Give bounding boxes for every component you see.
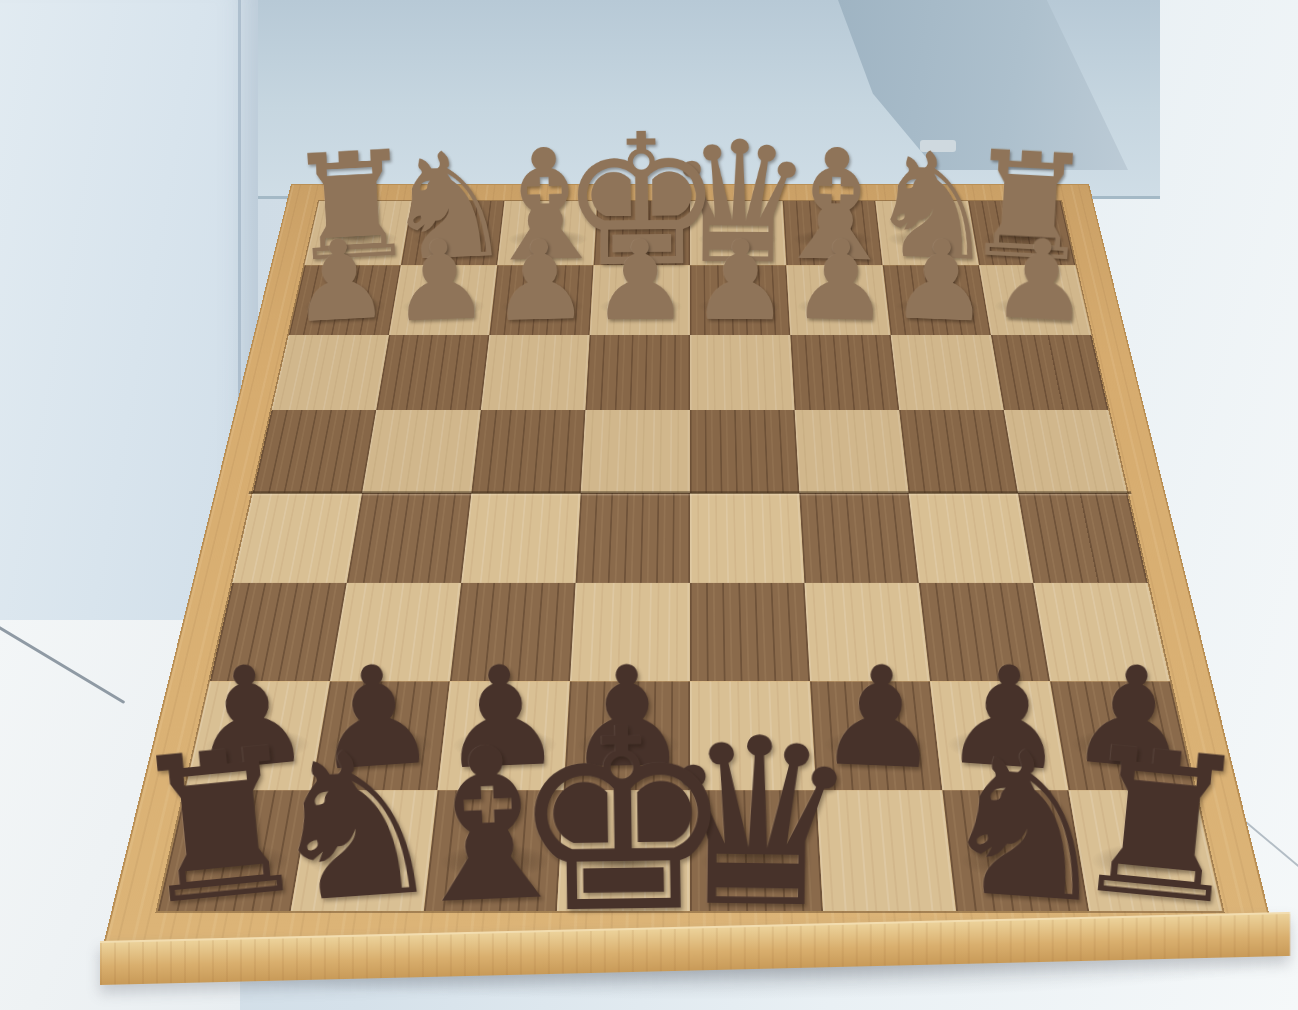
square-f5[interactable] — [461, 493, 581, 583]
square-e3[interactable] — [585, 335, 690, 410]
square-c2[interactable]: ♟ — [786, 265, 890, 335]
white-pawn-b2[interactable]: ♟ — [889, 223, 992, 337]
square-f3[interactable] — [481, 335, 590, 410]
white-pawn-h2[interactable]: ♟ — [287, 223, 392, 339]
square-b4[interactable] — [899, 410, 1018, 492]
square-d6[interactable] — [690, 583, 810, 682]
white-pawn-e2[interactable]: ♟ — [590, 225, 690, 336]
square-h3[interactable] — [272, 335, 389, 410]
square-g2[interactable]: ♟ — [389, 265, 497, 335]
white-pawn-c2[interactable]: ♟ — [789, 224, 891, 337]
square-c5[interactable] — [799, 493, 919, 583]
white-pawn-d2[interactable]: ♟ — [690, 225, 790, 336]
square-e4[interactable] — [581, 410, 690, 492]
square-a8[interactable]: ♜ — [1069, 790, 1223, 911]
square-a5[interactable] — [1018, 493, 1148, 583]
square-c4[interactable] — [795, 410, 909, 492]
square-f2[interactable]: ♟ — [489, 265, 593, 335]
square-d4[interactable] — [690, 410, 799, 492]
square-b2[interactable]: ♟ — [883, 265, 991, 335]
square-b3[interactable] — [891, 335, 1004, 410]
chess-board: ♜♞♝♚♛♝♞♜♟♟♟♟♟♟♟♟♟♟♟♟♟♟♟♜♞♝♚♛♞♜ — [105, 185, 1275, 945]
square-h4[interactable] — [253, 410, 376, 492]
square-d3[interactable] — [690, 335, 795, 410]
white-pawn-g2[interactable]: ♟ — [388, 223, 491, 337]
cushion-seam-line — [238, 0, 241, 440]
square-b5[interactable] — [909, 493, 1034, 583]
square-a3[interactable] — [991, 335, 1108, 410]
square-e5[interactable] — [576, 493, 690, 583]
square-g4[interactable] — [362, 410, 481, 492]
square-d2[interactable]: ♟ — [690, 265, 790, 335]
white-pawn-a2[interactable]: ♟ — [988, 223, 1093, 339]
photo-scene: ♜♞♝♚♛♝♞♜♟♟♟♟♟♟♟♟♟♟♟♟♟♟♟♜♞♝♚♛♞♜ — [0, 0, 1298, 1010]
square-e8[interactable]: ♚ — [557, 790, 690, 911]
white-pawn-f2[interactable]: ♟ — [489, 224, 591, 337]
square-h2[interactable]: ♟ — [289, 265, 401, 335]
square-h5[interactable] — [232, 493, 362, 583]
square-a4[interactable] — [1004, 410, 1127, 492]
square-e2[interactable]: ♟ — [590, 265, 690, 335]
square-f4[interactable] — [471, 410, 585, 492]
black-rook-a8[interactable]: ♜ — [1061, 718, 1260, 936]
board-grid: ♜♞♝♚♛♝♞♜♟♟♟♟♟♟♟♟♟♟♟♟♟♟♟♜♞♝♚♛♞♜ — [158, 201, 1223, 911]
square-a2[interactable]: ♟ — [979, 265, 1091, 335]
black-king-e8[interactable]: ♚ — [508, 694, 737, 949]
square-d5[interactable] — [690, 493, 804, 583]
square-g3[interactable] — [376, 335, 489, 410]
square-g5[interactable] — [347, 493, 472, 583]
square-c3[interactable] — [790, 335, 899, 410]
